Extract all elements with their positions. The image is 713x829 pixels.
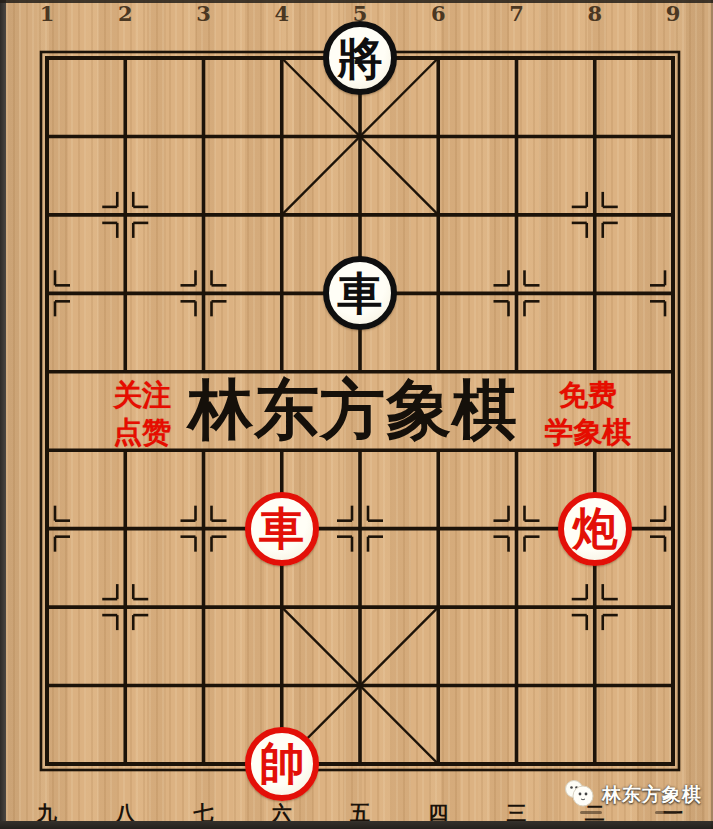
file-label-top-7: 7 <box>495 3 539 24</box>
channel-logo-icon <box>563 779 597 811</box>
river-right-line1: 免费 <box>536 377 640 414</box>
file-label-top-1: 1 <box>25 3 69 24</box>
screen-edge-left <box>0 0 6 829</box>
watermark-text: 林东方象棋 <box>602 782 702 808</box>
file-label-top-2: 2 <box>103 3 147 24</box>
file-label-top-3: 3 <box>182 3 226 24</box>
channel-watermark: 林东方象棋 <box>563 779 702 811</box>
file-label-bottom-5: 五 <box>338 803 382 823</box>
file-label-bottom-1: 九 <box>25 803 69 823</box>
watermark-shadow-dash <box>655 811 677 814</box>
file-label-top-8: 8 <box>573 3 617 24</box>
screen-edge-top <box>0 0 713 3</box>
file-label-bottom-3: 七 <box>182 803 226 823</box>
river-right-line2: 学象棋 <box>536 414 640 451</box>
file-label-bottom-4: 六 <box>260 803 304 823</box>
file-label-top-9: 9 <box>651 3 695 24</box>
piece-black-chariot[interactable]: 車 <box>323 256 397 330</box>
file-label-bottom-7: 三 <box>495 803 539 823</box>
piece-red-general[interactable]: 帥 <box>245 727 319 801</box>
screen-edge-bottom <box>0 821 713 829</box>
river-text-right: 免费 学象棋 <box>536 377 640 451</box>
file-label-top-4: 4 <box>260 3 304 24</box>
piece-black-general[interactable]: 將 <box>323 21 397 95</box>
watermark-shadow-dash <box>580 811 602 814</box>
river-text-center: 林东方象棋 <box>170 370 536 450</box>
file-label-bottom-2: 八 <box>103 803 147 823</box>
file-label-top-6: 6 <box>416 3 460 24</box>
piece-red-cannon[interactable]: 炮 <box>558 492 632 566</box>
xiangqi-diagram: 將車車炮帥 123456789 九八七六五四三二一 关注 点赞 林东方象棋 免费… <box>0 0 713 829</box>
piece-red-chariot[interactable]: 車 <box>245 492 319 566</box>
file-label-bottom-6: 四 <box>416 803 460 823</box>
